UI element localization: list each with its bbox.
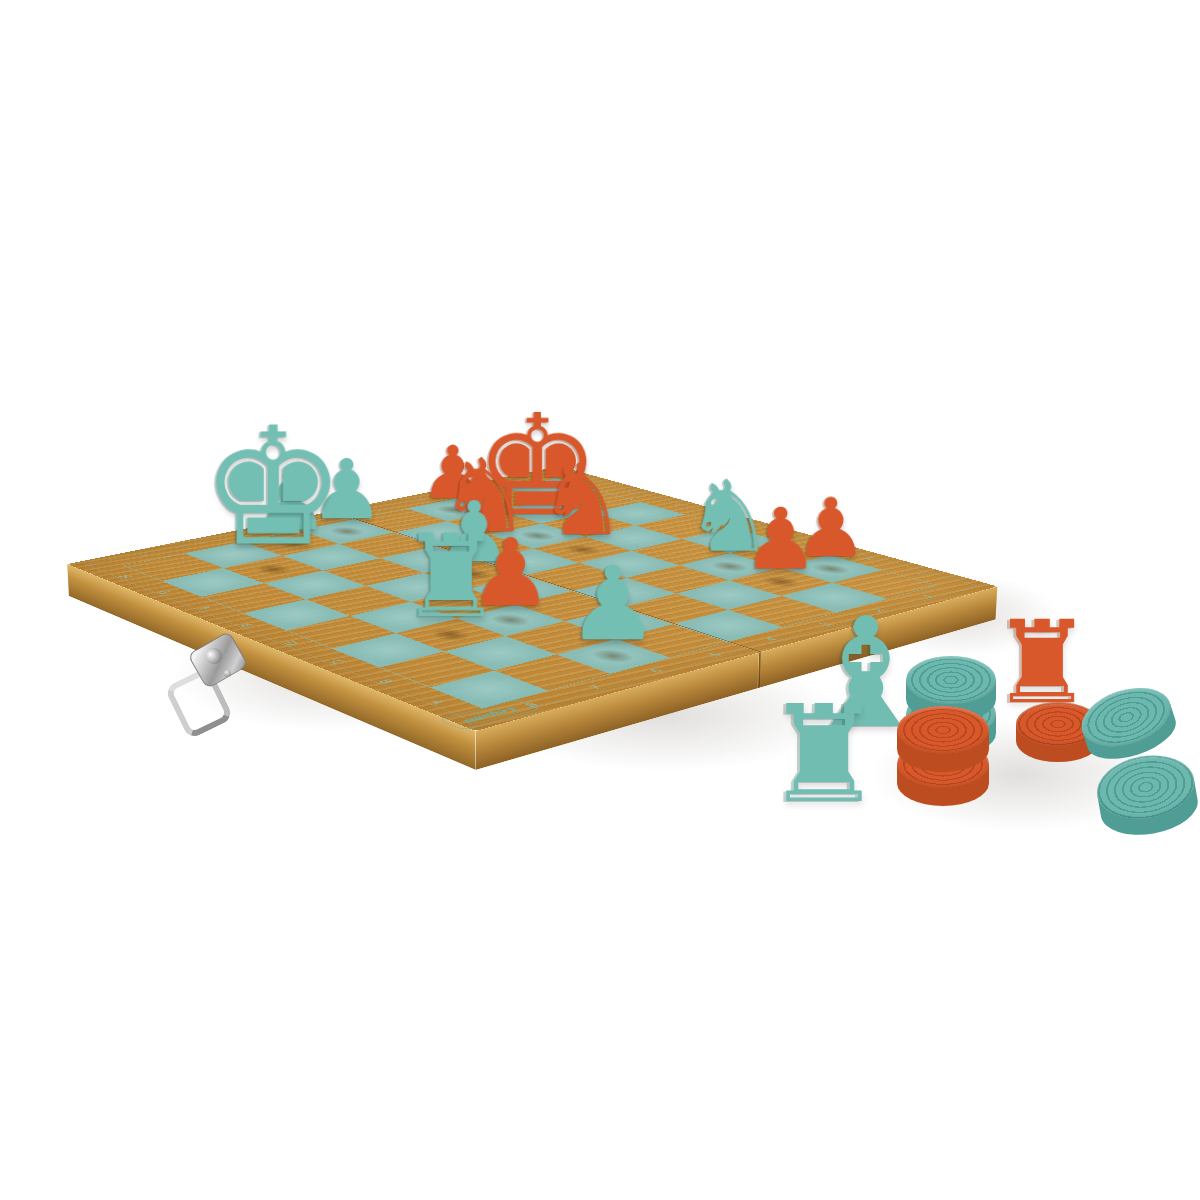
teal-pawn-a6: ♟: [567, 554, 659, 656]
teal-rook-offboard: ♜: [764, 688, 884, 822]
orange-checker-stack-top: [897, 706, 989, 772]
teal-king: ♚: [200, 407, 346, 570]
teal-checker-front: [1092, 748, 1200, 842]
orange-checker-stack-top-top: [897, 706, 989, 754]
orange-pawn-b2: ♟: [743, 497, 819, 582]
metal-clasp: [172, 634, 262, 738]
teal-checker-stack-top-top: [906, 656, 996, 704]
clasp-screw: [224, 670, 231, 677]
product-photo-scene: ♟♞♟♟♚♞♞♟♟♟♟♟♚♜ AABBCCDDEEFFGGHH887766554…: [0, 0, 1200, 1200]
teal-rook: ♜: [399, 520, 502, 635]
